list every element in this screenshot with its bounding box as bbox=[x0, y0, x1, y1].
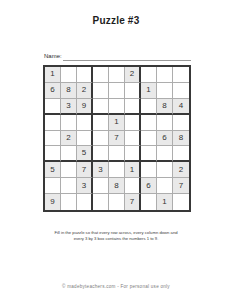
sudoku-cell-r8c9[interactable]: 7 bbox=[173, 178, 189, 194]
sudoku-cell-r3c2[interactable]: 3 bbox=[61, 99, 77, 115]
sudoku-cell-r3c5[interactable] bbox=[109, 99, 125, 115]
sudoku-cell-r1c1[interactable]: 1 bbox=[45, 67, 61, 83]
sudoku-cell-r4c9[interactable] bbox=[173, 115, 189, 131]
sudoku-cell-r6c5[interactable] bbox=[109, 146, 125, 162]
sudoku-cell-r2c3[interactable]: 2 bbox=[77, 83, 93, 99]
name-underline bbox=[63, 60, 191, 61]
sudoku-cell-r9c8[interactable]: 1 bbox=[157, 194, 173, 210]
sudoku-cell-r8c2[interactable] bbox=[61, 178, 77, 194]
sudoku-cell-r3c6[interactable] bbox=[125, 99, 141, 115]
sudoku-cell-r8c4[interactable] bbox=[93, 178, 109, 194]
sudoku-cell-r4c5[interactable]: 1 bbox=[109, 115, 125, 131]
sudoku-cell-r1c2[interactable] bbox=[61, 67, 77, 83]
sudoku-cell-r6c4[interactable] bbox=[93, 146, 109, 162]
sudoku-cell-r7c8[interactable] bbox=[157, 162, 173, 178]
sudoku-cell-r2c7[interactable]: 1 bbox=[141, 83, 157, 99]
sudoku-cell-r2c2[interactable]: 8 bbox=[61, 83, 77, 99]
sudoku-cell-r8c3[interactable]: 3 bbox=[77, 178, 93, 194]
sudoku-cell-r8c6[interactable] bbox=[125, 178, 141, 194]
sudoku-cell-r2c8[interactable] bbox=[157, 83, 173, 99]
sudoku-cell-r5c5[interactable]: 7 bbox=[109, 131, 125, 147]
worksheet-page: Puzzle #3 Name: 126821398412768557312386… bbox=[0, 0, 232, 300]
sudoku-cell-r3c3[interactable]: 9 bbox=[77, 99, 93, 115]
sudoku-cell-r4c6[interactable] bbox=[125, 115, 141, 131]
sudoku-cell-r5c4[interactable] bbox=[93, 131, 109, 147]
sudoku-cell-r1c6[interactable]: 2 bbox=[125, 67, 141, 83]
sudoku-cell-r1c8[interactable] bbox=[157, 67, 173, 83]
sudoku-cell-r1c9[interactable] bbox=[173, 67, 189, 83]
sudoku-cell-r6c3[interactable]: 5 bbox=[77, 146, 93, 162]
sudoku-cell-r2c9[interactable] bbox=[173, 83, 189, 99]
sudoku-cell-r5c3[interactable] bbox=[77, 131, 93, 147]
sudoku-cell-r5c2[interactable]: 2 bbox=[61, 131, 77, 147]
sudoku-cell-r6c6[interactable] bbox=[125, 146, 141, 162]
sudoku-cell-r7c2[interactable] bbox=[61, 162, 77, 178]
sudoku-cell-r2c6[interactable] bbox=[125, 83, 141, 99]
sudoku-cell-r9c1[interactable]: 9 bbox=[45, 194, 61, 210]
sudoku-cell-r6c7[interactable] bbox=[141, 146, 157, 162]
name-field: Name: bbox=[44, 53, 191, 62]
sudoku-cell-r7c3[interactable]: 7 bbox=[77, 162, 93, 178]
sudoku-cell-r5c7[interactable] bbox=[141, 131, 157, 147]
sudoku-cell-r7c6[interactable]: 1 bbox=[125, 162, 141, 178]
sudoku-cell-r8c5[interactable]: 8 bbox=[109, 178, 125, 194]
sudoku-cell-r6c1[interactable] bbox=[45, 146, 61, 162]
sudoku-cell-r4c1[interactable] bbox=[45, 115, 61, 131]
sudoku-cell-r6c9[interactable] bbox=[173, 146, 189, 162]
sudoku-cell-r5c8[interactable]: 6 bbox=[157, 131, 173, 147]
sudoku-cell-r2c5[interactable] bbox=[109, 83, 125, 99]
sudoku-cell-r9c4[interactable] bbox=[93, 194, 109, 210]
sudoku-cell-r9c2[interactable] bbox=[61, 194, 77, 210]
sudoku-cell-r4c3[interactable] bbox=[77, 115, 93, 131]
sudoku-cell-r4c2[interactable] bbox=[61, 115, 77, 131]
sudoku-cell-r6c8[interactable] bbox=[157, 146, 173, 162]
sudoku-cell-r3c1[interactable] bbox=[45, 99, 61, 115]
sudoku-cell-r3c7[interactable] bbox=[141, 99, 157, 115]
sudoku-cell-r9c5[interactable] bbox=[109, 194, 125, 210]
sudoku-cell-r9c3[interactable] bbox=[77, 194, 93, 210]
sudoku-cell-r3c4[interactable] bbox=[93, 99, 109, 115]
sudoku-cell-r1c3[interactable] bbox=[77, 67, 93, 83]
sudoku-cell-r7c7[interactable] bbox=[141, 162, 157, 178]
footer-copyright: © madebyteachers.com - For personal use … bbox=[0, 284, 232, 289]
puzzle-title: Puzzle #3 bbox=[0, 15, 232, 26]
name-label: Name: bbox=[44, 53, 62, 59]
sudoku-cell-r7c5[interactable] bbox=[109, 162, 125, 178]
sudoku-cell-r4c8[interactable] bbox=[157, 115, 173, 131]
sudoku-cell-r4c4[interactable] bbox=[93, 115, 109, 131]
sudoku-cell-r3c8[interactable]: 8 bbox=[157, 99, 173, 115]
instructions-line2: every 3 by 3 box contains the numbers 1 … bbox=[0, 236, 232, 242]
sudoku-cell-r1c7[interactable] bbox=[141, 67, 157, 83]
sudoku-cell-r7c9[interactable]: 2 bbox=[173, 162, 189, 178]
sudoku-cell-r5c6[interactable] bbox=[125, 131, 141, 147]
sudoku-cell-r8c1[interactable] bbox=[45, 178, 61, 194]
sudoku-cell-r2c4[interactable] bbox=[93, 83, 109, 99]
instructions: Fill in the puzzle so that every row acr… bbox=[0, 230, 232, 242]
sudoku-cell-r6c2[interactable] bbox=[61, 146, 77, 162]
sudoku-cell-r5c1[interactable] bbox=[45, 131, 61, 147]
sudoku-cell-r1c5[interactable] bbox=[109, 67, 125, 83]
sudoku-cell-r9c7[interactable] bbox=[141, 194, 157, 210]
sudoku-cell-r3c9[interactable]: 4 bbox=[173, 99, 189, 115]
sudoku-cell-r9c6[interactable]: 7 bbox=[125, 194, 141, 210]
sudoku-cell-r5c9[interactable]: 8 bbox=[173, 131, 189, 147]
sudoku-cell-r2c1[interactable]: 6 bbox=[45, 83, 61, 99]
sudoku-cell-r7c4[interactable]: 3 bbox=[93, 162, 109, 178]
sudoku-cell-r8c8[interactable] bbox=[157, 178, 173, 194]
sudoku-cell-r4c7[interactable] bbox=[141, 115, 157, 131]
sudoku-cell-r9c9[interactable] bbox=[173, 194, 189, 210]
sudoku-cell-r1c4[interactable] bbox=[93, 67, 109, 83]
sudoku-grid: 1268213984127685573123867971 bbox=[43, 65, 191, 212]
sudoku-cell-r8c7[interactable]: 6 bbox=[141, 178, 157, 194]
sudoku-cell-r7c1[interactable]: 5 bbox=[45, 162, 61, 178]
